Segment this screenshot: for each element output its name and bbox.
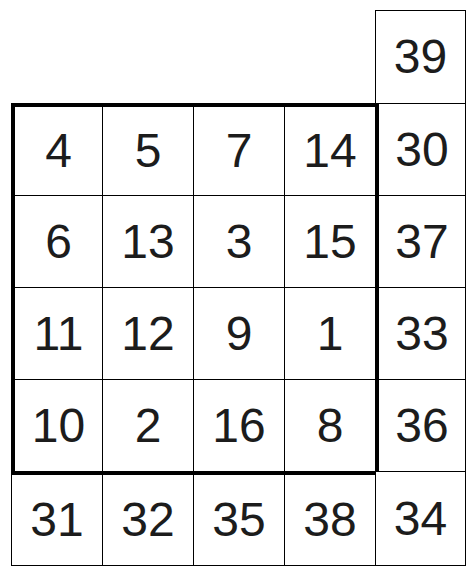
row-sum-cell-2: 37 <box>375 195 466 287</box>
grid-cell-r4c2: 2 <box>102 379 193 471</box>
grid-cell-r3c4: 1 <box>284 287 375 379</box>
grid-cell-r1c2: 5 <box>102 103 193 195</box>
col-sum-cell-2: 32 <box>102 471 193 566</box>
col-sum-cell-1: 31 <box>11 471 102 566</box>
grid-cell-r1c4: 14 <box>284 103 375 195</box>
grid-cell-r1c3: 7 <box>193 103 284 195</box>
grid-cell-r2c2: 13 <box>102 195 193 287</box>
col-sum-cell-3: 35 <box>193 471 284 566</box>
grid-cell-r4c4: 8 <box>284 379 375 471</box>
anti-diagonal-sum-cell: 39 <box>375 10 466 103</box>
grid-cell-r2c3: 3 <box>193 195 284 287</box>
empty-cell <box>11 10 102 103</box>
empty-cell <box>284 10 375 103</box>
grid-cell-r2c4: 15 <box>284 195 375 287</box>
row-sum-cell-1: 30 <box>375 103 466 195</box>
row-sum-cell-3: 33 <box>375 287 466 379</box>
grid-cell-r4c3: 16 <box>193 379 284 471</box>
main-diagonal-sum-cell: 34 <box>375 471 466 566</box>
grid-cell-r3c1: 11 <box>11 287 102 379</box>
empty-cell <box>102 10 193 103</box>
puzzle-grid: 3945714306133153711129133102168363132353… <box>11 10 466 566</box>
grid-cell-r2c1: 6 <box>11 195 102 287</box>
grid-cell-r3c3: 9 <box>193 287 284 379</box>
empty-cell <box>193 10 284 103</box>
grid-cell-r3c2: 12 <box>102 287 193 379</box>
grid-cell-r4c1: 10 <box>11 379 102 471</box>
col-sum-cell-4: 38 <box>284 471 375 566</box>
puzzle-page: 3945714306133153711129133102168363132353… <box>0 0 475 577</box>
grid-cell-r1c1: 4 <box>11 103 102 195</box>
row-sum-cell-4: 36 <box>375 379 466 471</box>
